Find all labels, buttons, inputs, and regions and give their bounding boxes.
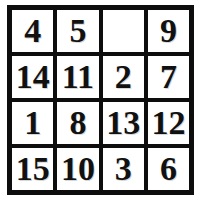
tile-2[interactable]: 2 <box>103 56 144 98</box>
tile-1[interactable]: 1 <box>12 102 53 144</box>
tile-11[interactable]: 11 <box>57 56 98 98</box>
tile-14[interactable]: 14 <box>12 56 53 98</box>
tile-10[interactable]: 10 <box>57 148 98 190</box>
fifteen-puzzle-board: 4 5 9 14 11 2 7 1 8 13 12 15 10 3 6 <box>7 5 194 195</box>
tile-5[interactable]: 5 <box>57 10 98 52</box>
tile-12[interactable]: 12 <box>148 102 189 144</box>
tile-15[interactable]: 15 <box>12 148 53 190</box>
tile-13[interactable]: 13 <box>103 102 144 144</box>
tile-4[interactable]: 4 <box>12 10 53 52</box>
tile-6[interactable]: 6 <box>148 148 189 190</box>
tile-7[interactable]: 7 <box>148 56 189 98</box>
empty-cell <box>103 10 144 52</box>
tile-8[interactable]: 8 <box>57 102 98 144</box>
tile-3[interactable]: 3 <box>103 148 144 190</box>
tile-9[interactable]: 9 <box>148 10 189 52</box>
